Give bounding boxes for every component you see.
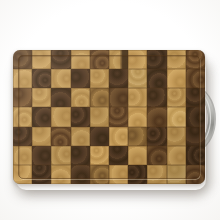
board-cell (167, 107, 186, 126)
board-cell (109, 127, 128, 146)
board-cell (90, 69, 109, 88)
board-cell (128, 127, 147, 146)
board-cell (32, 50, 51, 69)
board-cell (32, 88, 51, 107)
board-cell (90, 146, 109, 165)
board-cell (186, 146, 205, 165)
board-cell (90, 88, 109, 107)
photo-background (0, 0, 220, 220)
board-cell (71, 107, 90, 126)
board-cell (71, 69, 90, 88)
board-cell (71, 50, 90, 69)
board-cell (147, 88, 166, 107)
board-cell (51, 127, 70, 146)
board-cell (90, 165, 109, 184)
board-cell (51, 165, 70, 184)
board-cell (128, 146, 147, 165)
board-cell (32, 107, 51, 126)
board-cell (109, 165, 128, 184)
board-cell (71, 127, 90, 146)
board-cell (128, 50, 147, 69)
board-cell (167, 69, 186, 88)
board-cell (71, 165, 90, 184)
board-cell (147, 107, 166, 126)
board-cell (186, 69, 205, 88)
board-cell (90, 107, 109, 126)
board-cell (51, 107, 70, 126)
board-cell (32, 127, 51, 146)
board-cell (147, 146, 166, 165)
board-cell (128, 88, 147, 107)
board-cell (167, 88, 186, 107)
board-cell (51, 88, 70, 107)
board-cell (71, 146, 90, 165)
board-cell (90, 50, 109, 69)
board-cell (32, 165, 51, 184)
board-cell (167, 50, 186, 69)
board-cell (167, 127, 186, 146)
board-cell (32, 146, 51, 165)
board-cell (186, 88, 205, 107)
board-cell (147, 127, 166, 146)
board-cell (51, 146, 70, 165)
board-cell (13, 127, 32, 146)
board-cell (147, 50, 166, 69)
board-cell (186, 127, 205, 146)
board-cell (13, 88, 32, 107)
checkerboard-grid (13, 50, 205, 184)
board-cell (109, 50, 128, 69)
board-cell (32, 69, 51, 88)
board-cell (147, 69, 166, 88)
board-cell (109, 146, 128, 165)
board-cell (167, 146, 186, 165)
board-cell (128, 107, 147, 126)
board-cell (147, 165, 166, 184)
board-cell (109, 88, 128, 107)
board-cell (71, 88, 90, 107)
board-cell (51, 69, 70, 88)
board-cell (90, 127, 109, 146)
board-cell (13, 50, 32, 69)
board-cell (128, 165, 147, 184)
board-cell (13, 107, 32, 126)
board-cell (186, 107, 205, 126)
board-cell (186, 50, 205, 69)
board-cell (13, 146, 32, 165)
board-cell (186, 165, 205, 184)
board-cell (128, 69, 147, 88)
board-cell (13, 165, 32, 184)
cutting-board (13, 50, 205, 184)
board-cell (109, 69, 128, 88)
board-cell (167, 165, 186, 184)
board-cell (51, 50, 70, 69)
board-cell (109, 107, 128, 126)
board-cell (13, 69, 32, 88)
